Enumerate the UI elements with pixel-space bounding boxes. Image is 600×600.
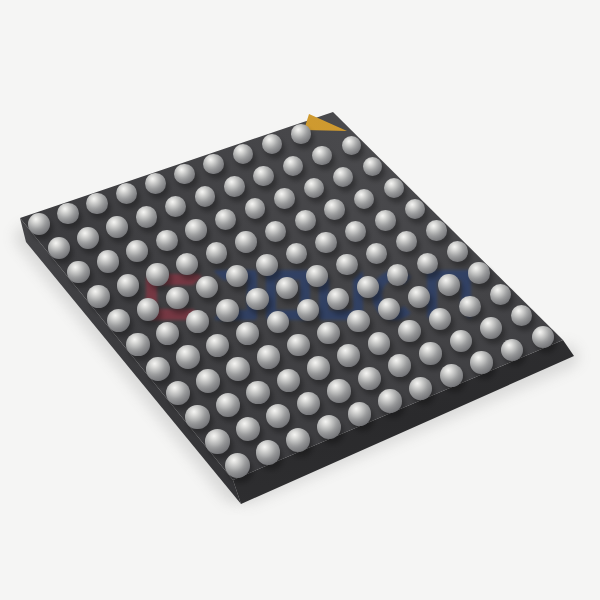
watermark-glyph-red [146, 274, 204, 320]
watermark-glyph [427, 270, 471, 320]
watermark-glyph [213, 270, 257, 320]
watermark-glyph [266, 270, 310, 320]
watermark-glyph [319, 270, 363, 320]
photo-canvas [0, 0, 600, 600]
photo-watermark [146, 262, 476, 332]
watermark-glyph [372, 270, 418, 320]
